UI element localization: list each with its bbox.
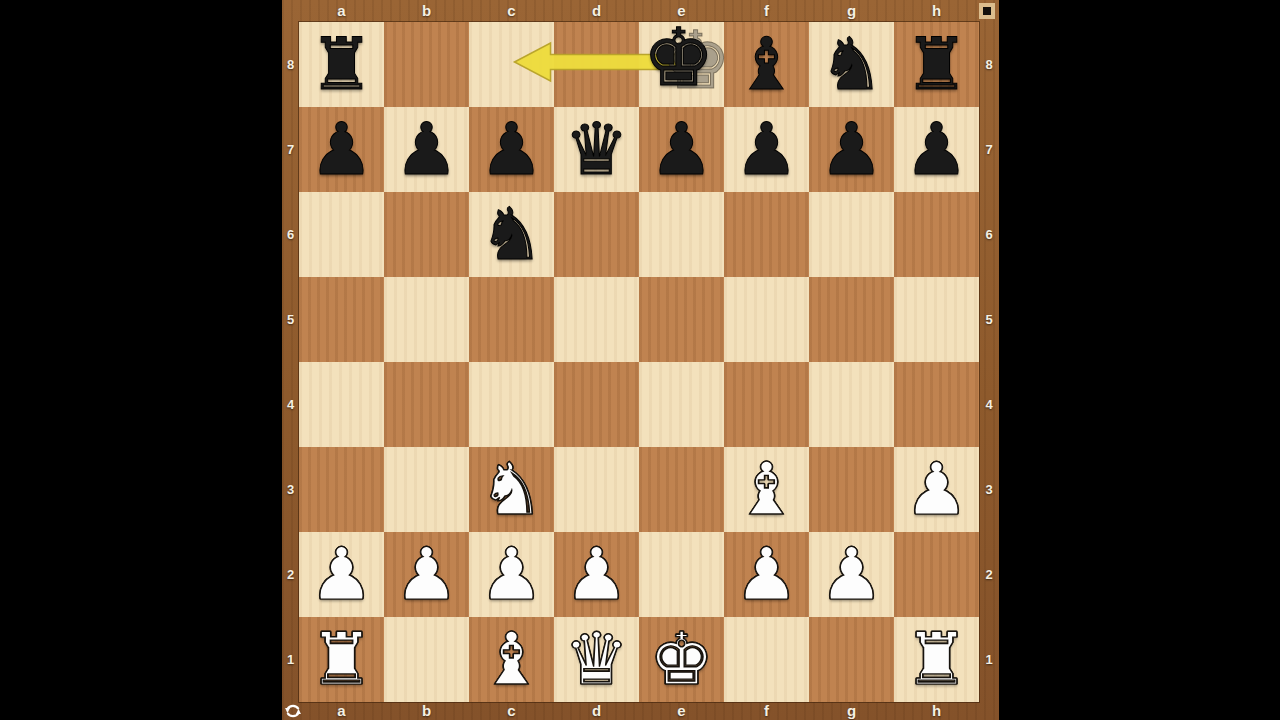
- square-b5[interactable]: [384, 277, 469, 362]
- square-g5[interactable]: [809, 277, 894, 362]
- coord-label-8: 8: [979, 22, 999, 107]
- square-e2[interactable]: [639, 532, 724, 617]
- square-g2[interactable]: ♟: [809, 532, 894, 617]
- square-h2[interactable]: [894, 532, 979, 617]
- piece-black-pawn[interactable]: ♟: [639, 107, 724, 192]
- chess-board-frame: abcdefgh abcdefgh 87654321 87654321 ♜♚♚♝…: [282, 0, 999, 720]
- square-a3[interactable]: [299, 447, 384, 532]
- piece-white-pawn[interactable]: ♟: [384, 532, 469, 617]
- square-h5[interactable]: [894, 277, 979, 362]
- coord-label-g: g: [809, 702, 894, 720]
- square-c6[interactable]: ♞: [469, 192, 554, 277]
- piece-black-pawn[interactable]: ♟: [724, 107, 809, 192]
- coord-label-7: 7: [282, 107, 299, 192]
- coord-label-d: d: [554, 702, 639, 720]
- coord-label-8: 8: [282, 22, 299, 107]
- piece-black-king[interactable]: ♚: [636, 15, 721, 100]
- piece-black-knight[interactable]: ♞: [469, 192, 554, 277]
- piece-white-pawn[interactable]: ♟: [469, 532, 554, 617]
- square-f3[interactable]: ♝: [724, 447, 809, 532]
- piece-black-queen[interactable]: ♛: [554, 107, 639, 192]
- coord-label-6: 6: [282, 192, 299, 277]
- square-b2[interactable]: ♟: [384, 532, 469, 617]
- piece-white-bishop[interactable]: ♝: [724, 447, 809, 532]
- square-e8[interactable]: ♚♚: [639, 22, 724, 107]
- piece-white-rook[interactable]: ♜: [894, 617, 979, 702]
- piece-black-pawn[interactable]: ♟: [469, 107, 554, 192]
- piece-black-bishop[interactable]: ♝: [724, 22, 809, 107]
- coord-label-2: 2: [979, 532, 999, 617]
- square-f1[interactable]: [724, 617, 809, 702]
- coord-label-6: 6: [979, 192, 999, 277]
- square-d3[interactable]: [554, 447, 639, 532]
- square-d6[interactable]: [554, 192, 639, 277]
- coord-label-4: 4: [979, 362, 999, 447]
- coord-label-b: b: [384, 702, 469, 720]
- square-g4[interactable]: [809, 362, 894, 447]
- square-d2[interactable]: ♟: [554, 532, 639, 617]
- coord-label-3: 3: [282, 447, 299, 532]
- square-c7[interactable]: ♟: [469, 107, 554, 192]
- coord-label-g: g: [809, 0, 894, 22]
- coord-label-4: 4: [282, 362, 299, 447]
- square-f5[interactable]: [724, 277, 809, 362]
- square-f8[interactable]: ♝: [724, 22, 809, 107]
- piece-black-pawn[interactable]: ♟: [384, 107, 469, 192]
- square-g1[interactable]: [809, 617, 894, 702]
- square-b1[interactable]: [384, 617, 469, 702]
- square-g7[interactable]: ♟: [809, 107, 894, 192]
- square-e1[interactable]: ♚: [639, 617, 724, 702]
- square-c8[interactable]: [469, 22, 554, 107]
- coord-label-h: h: [894, 0, 979, 22]
- square-f4[interactable]: [724, 362, 809, 447]
- square-c1[interactable]: ♝: [469, 617, 554, 702]
- coord-label-e: e: [639, 702, 724, 720]
- board-squares: ♜♚♚♝♞♜♟♟♟♛♟♟♟♟♞♞♝♟♟♟♟♟♟♟♜♝♛♚♜: [299, 22, 979, 702]
- square-e5[interactable]: [639, 277, 724, 362]
- square-c4[interactable]: [469, 362, 554, 447]
- square-c5[interactable]: [469, 277, 554, 362]
- square-b6[interactable]: [384, 192, 469, 277]
- piece-black-pawn[interactable]: ♟: [809, 107, 894, 192]
- square-h6[interactable]: [894, 192, 979, 277]
- square-g6[interactable]: [809, 192, 894, 277]
- coord-label-a: a: [299, 0, 384, 22]
- square-d7[interactable]: ♛: [554, 107, 639, 192]
- corner-square-icon[interactable]: [979, 3, 995, 19]
- square-d1[interactable]: ♛: [554, 617, 639, 702]
- square-h7[interactable]: ♟: [894, 107, 979, 192]
- piece-white-bishop[interactable]: ♝: [469, 617, 554, 702]
- coord-label-5: 5: [282, 277, 299, 362]
- square-g3[interactable]: [809, 447, 894, 532]
- square-a7[interactable]: ♟: [299, 107, 384, 192]
- square-d8[interactable]: [554, 22, 639, 107]
- square-h1[interactable]: ♜: [894, 617, 979, 702]
- square-e7[interactable]: ♟: [639, 107, 724, 192]
- piece-black-rook[interactable]: ♜: [299, 22, 384, 107]
- square-a5[interactable]: [299, 277, 384, 362]
- square-c2[interactable]: ♟: [469, 532, 554, 617]
- square-a1[interactable]: ♜: [299, 617, 384, 702]
- coord-label-2: 2: [282, 532, 299, 617]
- rank-labels-right: 87654321: [979, 22, 999, 702]
- piece-white-pawn[interactable]: ♟: [724, 532, 809, 617]
- square-a2[interactable]: ♟: [299, 532, 384, 617]
- piece-black-pawn[interactable]: ♟: [299, 107, 384, 192]
- coord-label-5: 5: [979, 277, 999, 362]
- piece-white-rook[interactable]: ♜: [299, 617, 384, 702]
- piece-white-knight[interactable]: ♞: [469, 447, 554, 532]
- coord-label-3: 3: [979, 447, 999, 532]
- square-b8[interactable]: [384, 22, 469, 107]
- coord-label-c: c: [469, 702, 554, 720]
- square-e4[interactable]: [639, 362, 724, 447]
- coord-label-f: f: [724, 702, 809, 720]
- square-f6[interactable]: [724, 192, 809, 277]
- coord-label-7: 7: [979, 107, 999, 192]
- square-f7[interactable]: ♟: [724, 107, 809, 192]
- square-h4[interactable]: [894, 362, 979, 447]
- square-a4[interactable]: [299, 362, 384, 447]
- square-h3[interactable]: ♟: [894, 447, 979, 532]
- square-f2[interactable]: ♟: [724, 532, 809, 617]
- square-b7[interactable]: ♟: [384, 107, 469, 192]
- square-b4[interactable]: [384, 362, 469, 447]
- coord-label-d: d: [554, 0, 639, 22]
- piece-white-pawn[interactable]: ♟: [894, 447, 979, 532]
- piece-white-queen[interactable]: ♛: [554, 617, 639, 702]
- coord-label-h: h: [894, 702, 979, 720]
- square-h8[interactable]: ♜: [894, 22, 979, 107]
- piece-black-pawn[interactable]: ♟: [894, 107, 979, 192]
- flip-board-icon[interactable]: [284, 702, 302, 720]
- video-canvas: abcdefgh abcdefgh 87654321 87654321 ♜♚♚♝…: [0, 0, 1280, 720]
- square-e3[interactable]: [639, 447, 724, 532]
- square-c3[interactable]: ♞: [469, 447, 554, 532]
- coord-label-c: c: [469, 0, 554, 22]
- coord-label-a: a: [299, 702, 384, 720]
- square-e6[interactable]: [639, 192, 724, 277]
- square-b3[interactable]: [384, 447, 469, 532]
- square-a6[interactable]: [299, 192, 384, 277]
- piece-white-pawn[interactable]: ♟: [554, 532, 639, 617]
- piece-black-rook[interactable]: ♜: [894, 22, 979, 107]
- piece-black-knight[interactable]: ♞: [809, 22, 894, 107]
- square-d5[interactable]: [554, 277, 639, 362]
- square-a8[interactable]: ♜: [299, 22, 384, 107]
- square-d4[interactable]: [554, 362, 639, 447]
- coord-label-1: 1: [979, 617, 999, 702]
- rank-labels-left: 87654321: [282, 22, 299, 702]
- piece-white-king[interactable]: ♚: [639, 617, 724, 702]
- piece-white-pawn[interactable]: ♟: [809, 532, 894, 617]
- file-labels-bottom: abcdefgh: [299, 702, 979, 720]
- piece-white-pawn[interactable]: ♟: [299, 532, 384, 617]
- square-g8[interactable]: ♞: [809, 22, 894, 107]
- coord-label-1: 1: [282, 617, 299, 702]
- coord-label-b: b: [384, 0, 469, 22]
